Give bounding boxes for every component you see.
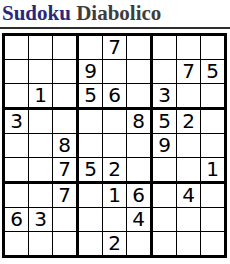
cell-r4c9 [201, 110, 224, 133]
cell-r3c7: 3 [153, 84, 176, 107]
cell-r4c7: 5 [153, 110, 176, 133]
cell-r1c4 [79, 36, 102, 59]
cell-r4c8: 2 [177, 110, 200, 133]
cell-r5c3: 8 [53, 134, 76, 157]
cell-r4c6: 8 [127, 110, 150, 133]
cell-r5c1 [5, 134, 28, 157]
cell-r1c7 [153, 36, 176, 59]
box-7: 763 [5, 184, 76, 255]
title-word-primary: Sudoku [2, 1, 71, 25]
cell-r3c9 [201, 84, 224, 107]
cell-r7c9 [201, 184, 224, 207]
cell-r5c5 [103, 134, 126, 157]
cell-r4c3 [53, 110, 76, 133]
cell-r1c1 [5, 36, 28, 59]
cell-r3c2: 1 [29, 84, 52, 107]
cell-r7c4 [79, 184, 102, 207]
cell-r7c6: 6 [127, 184, 150, 207]
cell-r3c5: 6 [103, 84, 126, 107]
cell-r6c1 [5, 158, 28, 181]
cell-r2c8: 7 [177, 60, 200, 83]
cell-r8c2: 3 [29, 208, 52, 231]
cell-r9c8 [177, 232, 200, 255]
title-word-secondary: Diabolico [76, 1, 161, 25]
cell-r5c7: 9 [153, 134, 176, 157]
cell-r7c1 [5, 184, 28, 207]
cell-r9c6 [127, 232, 150, 255]
cell-r8c7 [153, 208, 176, 231]
cell-r7c2 [29, 184, 52, 207]
cell-r1c9 [201, 36, 224, 59]
cell-r2c1 [5, 60, 28, 83]
cell-r3c3 [53, 84, 76, 107]
cell-r2c3 [53, 60, 76, 83]
box-8: 1642 [79, 184, 150, 255]
cell-r1c5: 7 [103, 36, 126, 59]
cell-r8c6: 4 [127, 208, 150, 231]
cell-r8c5 [103, 208, 126, 231]
cell-r1c6 [127, 36, 150, 59]
cell-r7c5: 1 [103, 184, 126, 207]
page-title: Sudoku Diabolico [0, 0, 230, 25]
cell-r5c4 [79, 134, 102, 157]
title-divider [0, 27, 230, 29]
cell-r1c8 [177, 36, 200, 59]
cell-r7c7 [153, 184, 176, 207]
box-4: 387 [5, 110, 76, 181]
cell-r9c2 [29, 232, 52, 255]
cell-r7c3: 7 [53, 184, 76, 207]
box-6: 5291 [153, 110, 224, 181]
cell-r8c8 [177, 208, 200, 231]
sudoku-board: 17956753387852529176316424 [2, 33, 227, 258]
cell-r2c4: 9 [79, 60, 102, 83]
cell-r6c9: 1 [201, 158, 224, 181]
cell-r9c9 [201, 232, 224, 255]
cell-r6c3: 7 [53, 158, 76, 181]
cell-r9c7 [153, 232, 176, 255]
box-1: 1 [5, 36, 76, 107]
cell-r4c2 [29, 110, 52, 133]
cell-r7c8: 4 [177, 184, 200, 207]
cell-r6c2 [29, 158, 52, 181]
cell-r2c9: 5 [201, 60, 224, 83]
cell-r1c3 [53, 36, 76, 59]
cell-r3c6 [127, 84, 150, 107]
cell-r8c4 [79, 208, 102, 231]
cell-r4c4 [79, 110, 102, 133]
cell-r8c9 [201, 208, 224, 231]
cell-r8c3 [53, 208, 76, 231]
box-3: 753 [153, 36, 224, 107]
cell-r9c1 [5, 232, 28, 255]
cell-r2c6 [127, 60, 150, 83]
cell-r6c7 [153, 158, 176, 181]
box-2: 7956 [79, 36, 150, 107]
cell-r8c1: 6 [5, 208, 28, 231]
cell-r5c8 [177, 134, 200, 157]
cell-r5c2 [29, 134, 52, 157]
cell-r1c2 [29, 36, 52, 59]
cell-r2c5 [103, 60, 126, 83]
box-5: 852 [79, 110, 150, 181]
cell-r6c6 [127, 158, 150, 181]
cell-r9c5: 2 [103, 232, 126, 255]
cell-r6c8 [177, 158, 200, 181]
cell-r3c4: 5 [79, 84, 102, 107]
cell-r5c6 [127, 134, 150, 157]
cell-r6c5: 2 [103, 158, 126, 181]
cell-r9c4 [79, 232, 102, 255]
box-9: 4 [153, 184, 224, 255]
cell-r4c5 [103, 110, 126, 133]
cell-r9c3 [53, 232, 76, 255]
cell-r6c4: 5 [79, 158, 102, 181]
cell-r2c2 [29, 60, 52, 83]
cell-r3c1 [5, 84, 28, 107]
cell-r2c7 [153, 60, 176, 83]
cell-r4c1: 3 [5, 110, 28, 133]
cell-r3c8 [177, 84, 200, 107]
cell-r5c9 [201, 134, 224, 157]
